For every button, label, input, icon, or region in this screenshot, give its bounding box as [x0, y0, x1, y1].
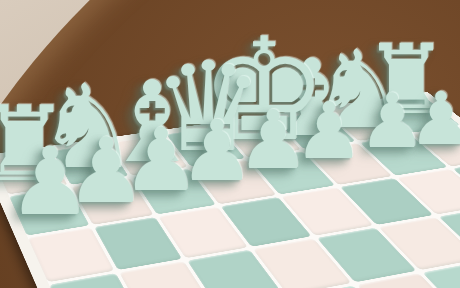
piece-a7-pawn: ♟	[8, 135, 92, 229]
piece-g7-pawn: ♟	[358, 84, 425, 159]
chess-pieces-layer: ♜♞♝♛♚♝♞♜♟♟♟♟♟♟♟♟	[0, 0, 460, 288]
photo-scene: ♜♞♝♛♚♝♞♜♟♟♟♟♟♟♟♟	[0, 0, 460, 288]
